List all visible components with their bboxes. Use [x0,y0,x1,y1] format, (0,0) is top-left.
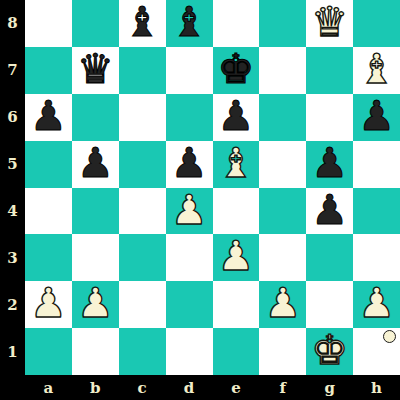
file-label-f: f [259,375,306,400]
black-pawn-g4[interactable]: ♟ [311,187,348,234]
square-b8[interactable] [72,0,119,47]
white-pawn-b2[interactable]: ♟ [77,280,114,327]
square-a6[interactable]: ♟ [25,94,72,141]
square-e4[interactable] [213,188,260,235]
rank-label-6: 6 [0,94,25,141]
square-d2[interactable] [166,281,213,328]
white-pawn-d4[interactable]: ♟ [171,187,208,234]
square-d7[interactable] [166,47,213,94]
rank-label-1: 1 [0,328,25,375]
square-g1[interactable]: ♚ [306,328,353,375]
file-label-c: c [119,375,166,400]
white-to-move-indicator [383,330,396,343]
square-c7[interactable] [119,47,166,94]
square-e7[interactable]: ♚ [213,47,260,94]
square-g5[interactable]: ♟ [306,141,353,188]
file-label-a: a [25,375,72,400]
square-a2[interactable]: ♟ [25,281,72,328]
square-h3[interactable] [353,234,400,281]
square-h5[interactable] [353,141,400,188]
black-pawn-d5[interactable]: ♟ [171,140,208,187]
file-label-b: b [72,375,119,400]
file-label-d: d [166,375,213,400]
square-e2[interactable] [213,281,260,328]
square-d6[interactable] [166,94,213,141]
black-pawn-h6[interactable]: ♟ [358,93,395,140]
square-g6[interactable] [306,94,353,141]
square-f7[interactable] [259,47,306,94]
chess-board-frame: 87654321 ♝♝♛♛♚♝♟♟♟♟♟♝♟♟♟♟♟♟♟♟♚ abcdefgh [0,0,400,400]
rank-labels: 87654321 [0,0,25,375]
square-h8[interactable] [353,0,400,47]
square-f8[interactable] [259,0,306,47]
square-b6[interactable] [72,94,119,141]
square-b2[interactable]: ♟ [72,281,119,328]
square-f3[interactable] [259,234,306,281]
square-d1[interactable] [166,328,213,375]
square-c3[interactable] [119,234,166,281]
square-e6[interactable]: ♟ [213,94,260,141]
square-b5[interactable]: ♟ [72,141,119,188]
file-label-g: g [306,375,353,400]
square-f4[interactable] [259,188,306,235]
white-bishop-e5[interactable]: ♝ [218,140,255,187]
square-f5[interactable] [259,141,306,188]
square-e8[interactable] [213,0,260,47]
square-c8[interactable]: ♝ [119,0,166,47]
white-pawn-a2[interactable]: ♟ [30,280,67,327]
white-pawn-h2[interactable]: ♟ [358,280,395,327]
black-king-e7[interactable]: ♚ [218,46,255,93]
square-a4[interactable] [25,188,72,235]
square-d4[interactable]: ♟ [166,188,213,235]
square-h7[interactable]: ♝ [353,47,400,94]
square-c4[interactable] [119,188,166,235]
rank-label-7: 7 [0,47,25,94]
chess-board[interactable]: ♝♝♛♛♚♝♟♟♟♟♟♝♟♟♟♟♟♟♟♟♚ [25,0,400,375]
black-queen-b7[interactable]: ♛ [77,46,114,93]
black-pawn-e6[interactable]: ♟ [218,93,255,140]
square-g8[interactable]: ♛ [306,0,353,47]
square-c6[interactable] [119,94,166,141]
square-b4[interactable] [72,188,119,235]
black-pawn-b5[interactable]: ♟ [77,140,114,187]
square-f6[interactable] [259,94,306,141]
square-f1[interactable] [259,328,306,375]
white-bishop-h7[interactable]: ♝ [358,46,395,93]
black-pawn-a6[interactable]: ♟ [30,93,67,140]
square-h2[interactable]: ♟ [353,281,400,328]
square-g7[interactable] [306,47,353,94]
white-queen-g8[interactable]: ♛ [311,0,348,46]
black-bishop-d8[interactable]: ♝ [171,0,208,46]
square-c1[interactable] [119,328,166,375]
rank-label-8: 8 [0,0,25,47]
square-e3[interactable]: ♟ [213,234,260,281]
square-h4[interactable] [353,188,400,235]
rank-label-3: 3 [0,234,25,281]
square-c5[interactable] [119,141,166,188]
white-pawn-e3[interactable]: ♟ [218,233,255,280]
file-label-h: h [353,375,400,400]
rank-label-2: 2 [0,281,25,328]
square-a8[interactable] [25,0,72,47]
file-labels: abcdefgh [25,375,400,400]
square-f2[interactable]: ♟ [259,281,306,328]
square-a7[interactable] [25,47,72,94]
square-g4[interactable]: ♟ [306,188,353,235]
white-pawn-f2[interactable]: ♟ [264,280,301,327]
square-d5[interactable]: ♟ [166,141,213,188]
square-d3[interactable] [166,234,213,281]
square-a1[interactable] [25,328,72,375]
square-c2[interactable] [119,281,166,328]
black-bishop-c8[interactable]: ♝ [124,0,161,46]
square-d8[interactable]: ♝ [166,0,213,47]
square-b7[interactable]: ♛ [72,47,119,94]
rank-label-5: 5 [0,141,25,188]
black-pawn-g5[interactable]: ♟ [311,140,348,187]
square-g2[interactable] [306,281,353,328]
square-a3[interactable] [25,234,72,281]
square-a5[interactable] [25,141,72,188]
white-king-g1[interactable]: ♚ [311,327,348,374]
rank-label-4: 4 [0,188,25,235]
square-g3[interactable] [306,234,353,281]
square-b1[interactable] [72,328,119,375]
file-label-e: e [213,375,260,400]
square-b3[interactable] [72,234,119,281]
square-e1[interactable] [213,328,260,375]
square-e5[interactable]: ♝ [213,141,260,188]
square-h6[interactable]: ♟ [353,94,400,141]
